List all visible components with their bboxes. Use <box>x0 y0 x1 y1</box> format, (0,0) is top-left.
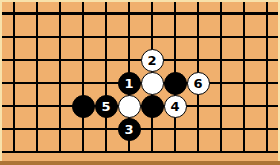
move-number-label: 2 <box>147 53 156 66</box>
stone-black <box>72 95 95 118</box>
stone-white <box>118 95 141 118</box>
stone-black <box>141 95 164 118</box>
stone-black-1: 1 <box>118 72 141 95</box>
board-bevel-right <box>278 0 280 161</box>
grid-line-vertical <box>59 2 61 153</box>
move-number-label: 6 <box>193 76 202 89</box>
board-bevel-bottom <box>0 161 280 165</box>
board-edge-line <box>2 12 278 15</box>
stone-white <box>141 72 164 95</box>
grid-line-vertical <box>220 2 222 153</box>
move-number-label: 4 <box>170 99 179 112</box>
grid-line-vertical <box>105 2 107 153</box>
stone-white-6: 6 <box>187 72 210 95</box>
stone-black-5: 5 <box>95 95 118 118</box>
board-bevel-top <box>0 0 280 2</box>
grid-line-vertical <box>13 2 15 153</box>
grid-line-vertical <box>243 2 245 153</box>
grid-line-horizontal <box>2 151 278 153</box>
move-number-label: 3 <box>124 122 133 135</box>
stone-black <box>164 72 187 95</box>
board-bevel-left <box>0 0 2 161</box>
stone-white-2: 2 <box>141 49 164 72</box>
grid-line-vertical <box>82 2 84 153</box>
move-number-label: 5 <box>101 99 110 112</box>
grid-line-horizontal <box>2 36 278 38</box>
grid-line-vertical <box>266 2 268 153</box>
stone-white-4: 4 <box>164 95 187 118</box>
move-number-label: 1 <box>124 76 133 89</box>
grid-line-vertical <box>36 2 38 153</box>
go-board-diagram: 216543 <box>0 0 280 165</box>
stone-black-3: 3 <box>118 118 141 141</box>
